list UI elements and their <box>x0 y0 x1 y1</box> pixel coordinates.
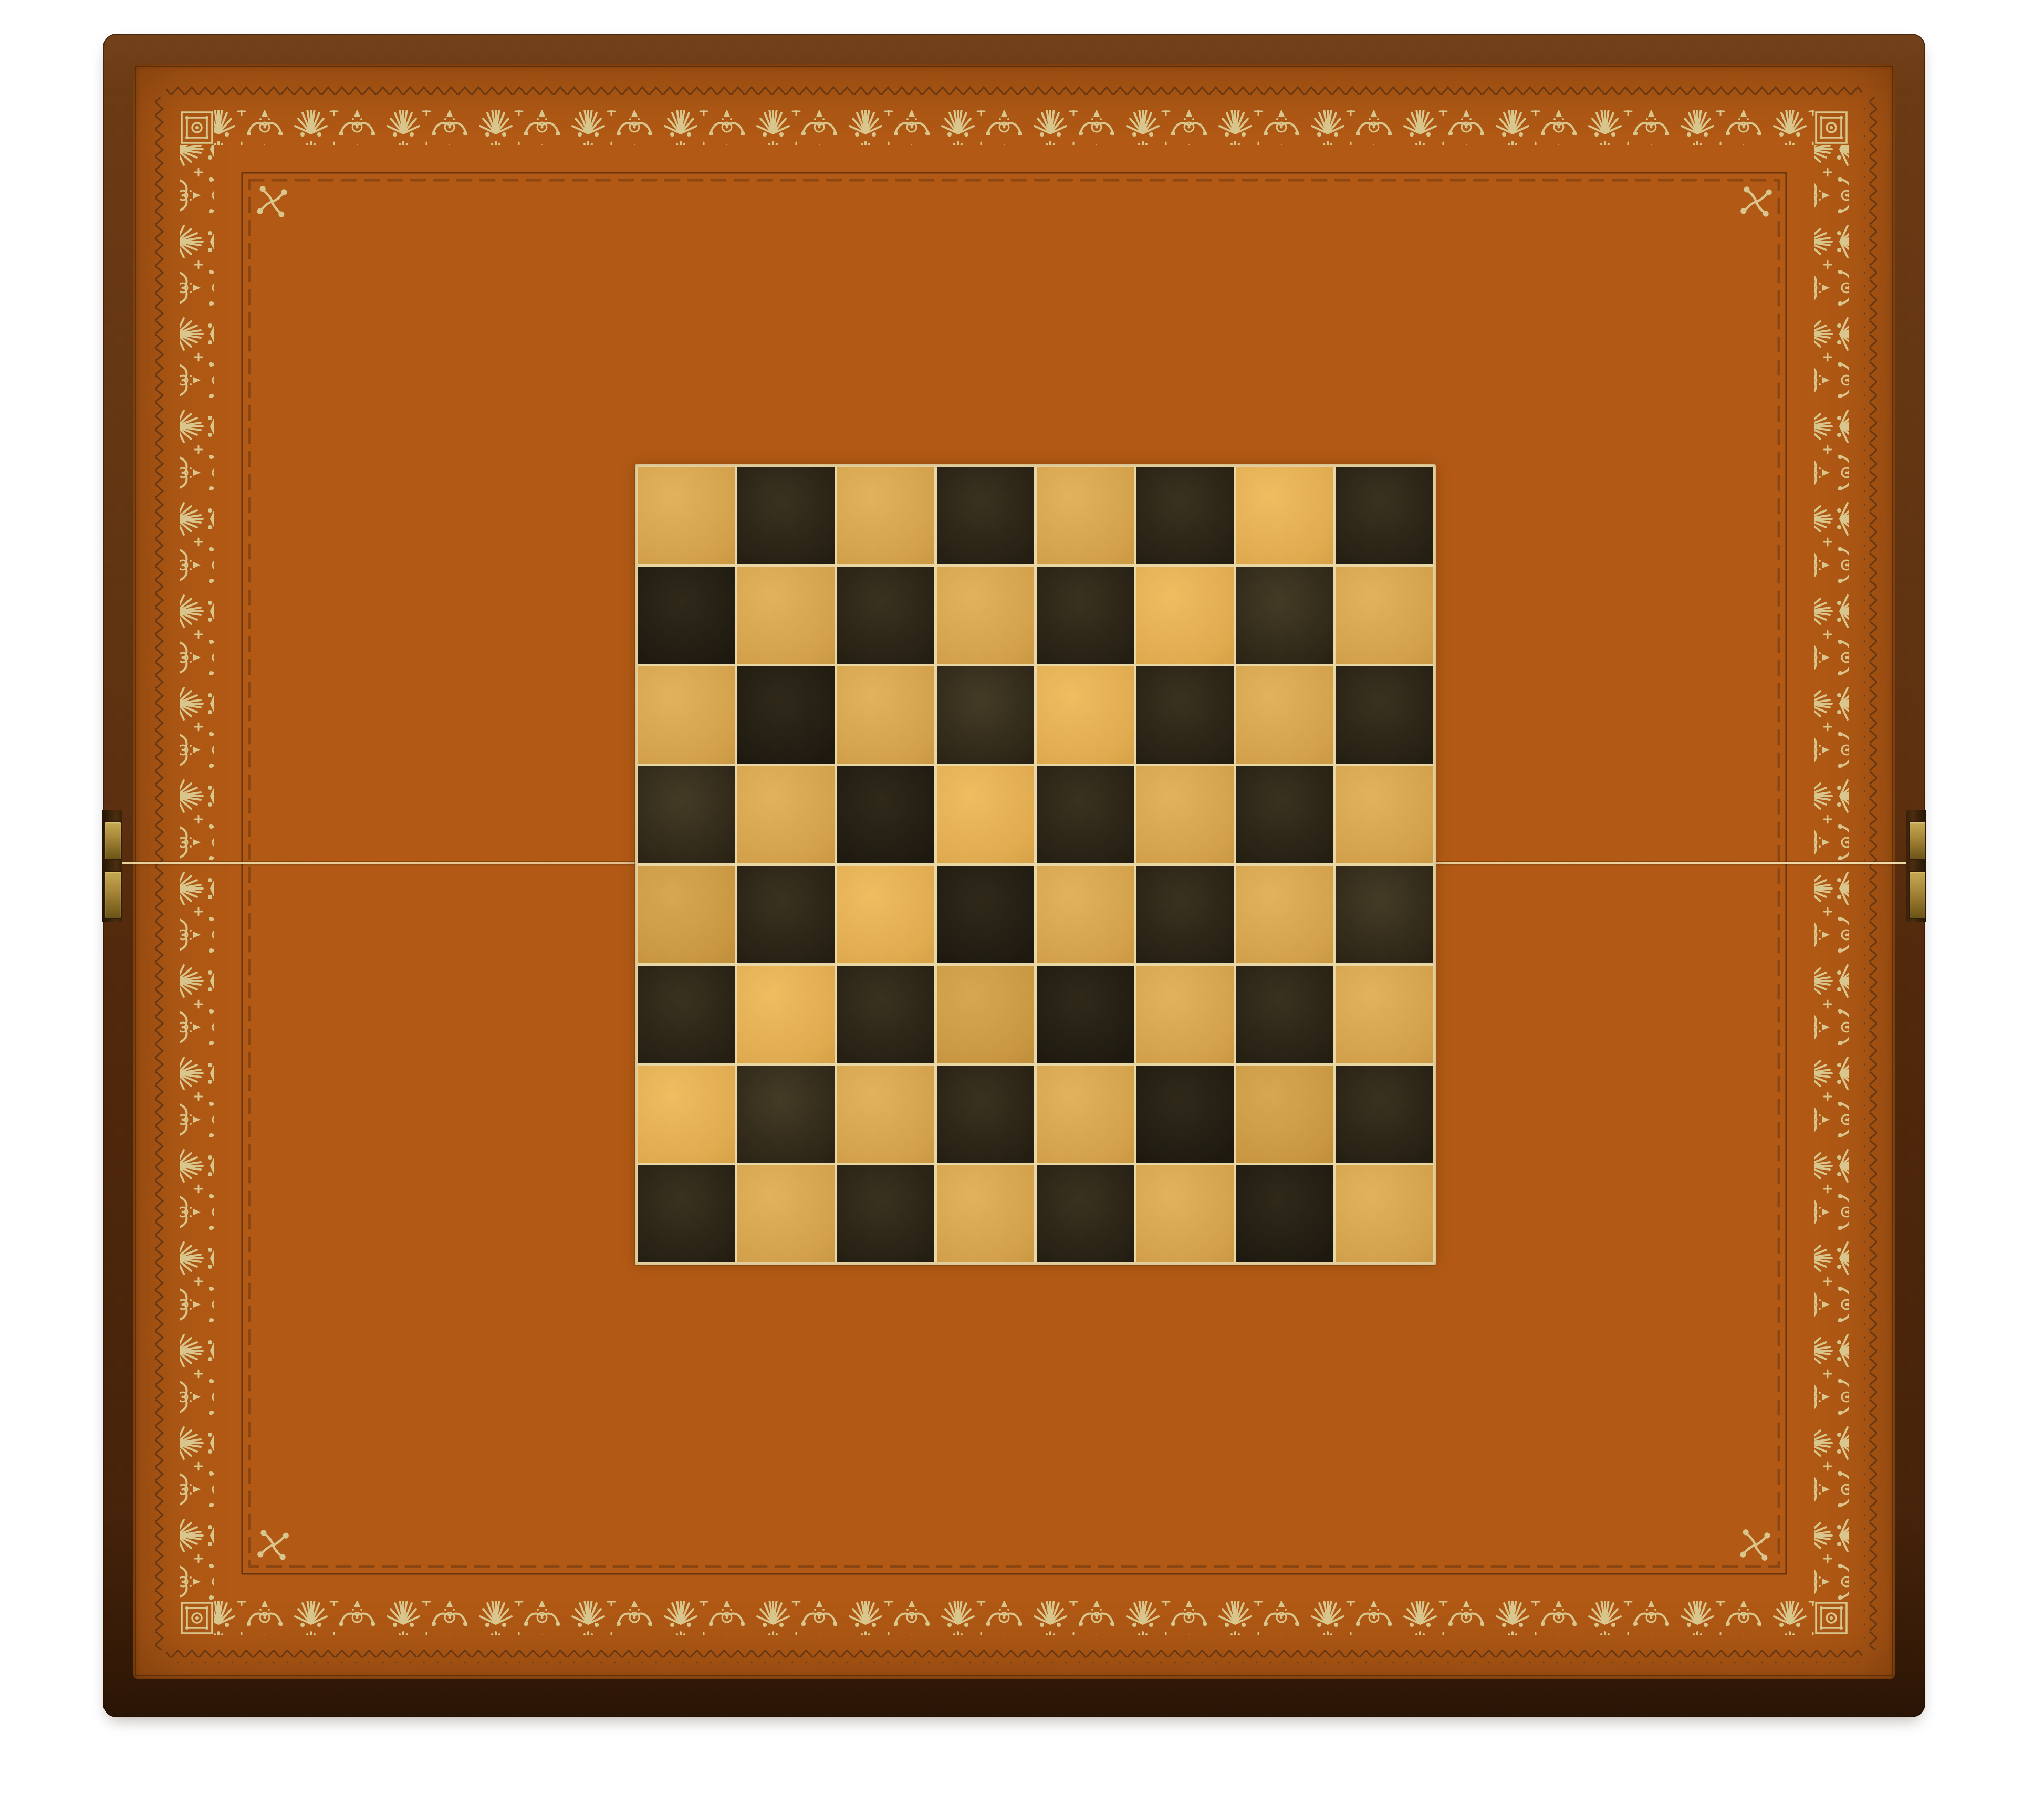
board-square <box>737 567 835 664</box>
board-square <box>638 666 735 764</box>
board-square <box>638 1165 735 1262</box>
board-square <box>638 567 735 664</box>
corner-rosette-top-right <box>1816 112 1847 143</box>
board-square <box>1336 766 1433 863</box>
board-square <box>937 666 1034 764</box>
board-square <box>937 567 1034 664</box>
board-square <box>1336 866 1433 963</box>
board-square <box>737 666 835 764</box>
board-square <box>1037 866 1134 963</box>
right-hinge-lower-knuckle <box>1909 871 1926 919</box>
board-square <box>1037 567 1134 664</box>
board-square <box>937 866 1034 963</box>
corner-rosette-bottom-right <box>1816 1603 1847 1633</box>
board-square <box>737 1165 835 1262</box>
board-square <box>937 1066 1034 1163</box>
board-square <box>1336 467 1433 564</box>
board-square <box>837 766 934 863</box>
board-square <box>837 866 934 963</box>
board-square <box>638 766 735 863</box>
board-square <box>1136 467 1234 564</box>
board-square <box>1136 666 1234 764</box>
board-square <box>638 1066 735 1163</box>
board-square <box>937 1165 1034 1262</box>
board-square <box>638 467 735 564</box>
gilt-border-left <box>180 145 214 1601</box>
board-square <box>837 1066 934 1163</box>
corner-sprig-bottom-right <box>1738 1528 1773 1563</box>
board-square <box>638 966 735 1063</box>
board-square <box>1236 567 1333 664</box>
board-square <box>837 567 934 664</box>
board-square <box>937 467 1034 564</box>
corner-sprig-bottom-left <box>256 1528 291 1563</box>
board-square <box>837 666 934 764</box>
board-square <box>737 766 835 863</box>
board-square <box>1336 666 1433 764</box>
board-square <box>1037 1066 1134 1163</box>
gilt-border-top <box>214 110 1814 145</box>
board-square <box>1136 866 1234 963</box>
board-square <box>837 1165 934 1262</box>
board-square <box>1236 1165 1333 1262</box>
board-square <box>1336 966 1433 1063</box>
board-square <box>1037 666 1134 764</box>
board-square <box>737 467 835 564</box>
board-square <box>1236 1066 1333 1163</box>
gilt-border-right <box>1814 145 1849 1601</box>
board-square <box>1236 467 1333 564</box>
board-square <box>1037 467 1134 564</box>
left-hinge-lower-knuckle <box>104 871 122 919</box>
board-square <box>1336 567 1433 664</box>
board-square <box>1136 567 1234 664</box>
board-square <box>1336 1066 1433 1163</box>
board-square <box>1236 666 1333 764</box>
board-square <box>1037 766 1134 863</box>
board-square <box>1236 766 1333 863</box>
board-square <box>1236 866 1333 963</box>
board-square <box>1136 966 1234 1063</box>
board-square <box>1136 1165 1234 1262</box>
board-square <box>1136 766 1234 863</box>
board-square <box>1336 1165 1433 1262</box>
games-table-top <box>103 34 1925 1717</box>
board-square <box>737 966 835 1063</box>
corner-rosette-top-left <box>182 112 212 143</box>
board-square <box>1037 1165 1134 1262</box>
corner-sprig-top-right <box>1739 184 1774 220</box>
board-square <box>837 467 934 564</box>
board-square <box>837 966 934 1063</box>
corner-sprig-top-left <box>255 184 290 220</box>
gilt-border-bottom <box>214 1601 1814 1635</box>
right-hinge-upper-knuckle <box>1909 821 1926 860</box>
corner-rosette-bottom-left <box>182 1603 212 1633</box>
board-square <box>937 766 1034 863</box>
board-square <box>737 866 835 963</box>
board-square <box>638 866 735 963</box>
checkerboard <box>635 464 1436 1265</box>
board-square <box>737 1066 835 1163</box>
left-hinge-upper-knuckle <box>104 821 122 860</box>
board-square <box>1236 966 1333 1063</box>
board-square <box>1037 966 1134 1063</box>
board-square <box>937 966 1034 1063</box>
photo-backdrop: { "game": "games-table checkerboard (che… <box>0 0 2044 1796</box>
board-square <box>1136 1066 1234 1163</box>
